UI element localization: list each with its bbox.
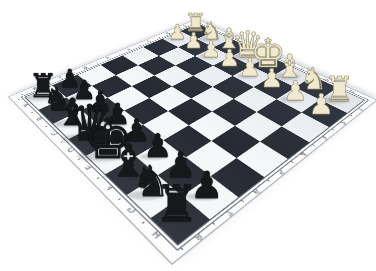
chess-set-photo: ABCDEFGH ABCDEFGH 87654321 87654321 ♜♟♞♟…: [0, 0, 376, 271]
piece-white-pawn-h2[interactable]: ♟: [309, 90, 335, 119]
piece-white-pawn-g2[interactable]: ♟: [283, 77, 307, 104]
piece-white-pawn-f2[interactable]: ♟: [260, 66, 283, 92]
piece-white-pawn-e2[interactable]: ♟: [239, 56, 261, 81]
piece-white-pawn-d2[interactable]: ♟: [219, 47, 240, 70]
pieces-layer: ♜♟♞♟♝♟♛♟♚♟♝♟♟♞♜♟♟♜♞♟♟♝♟♛♟♚♟♝♟♞♟♜: [0, 0, 376, 271]
piece-white-pawn-c2[interactable]: ♟: [201, 38, 221, 60]
piece-black-rook-h8[interactable]: ♜: [154, 178, 199, 228]
